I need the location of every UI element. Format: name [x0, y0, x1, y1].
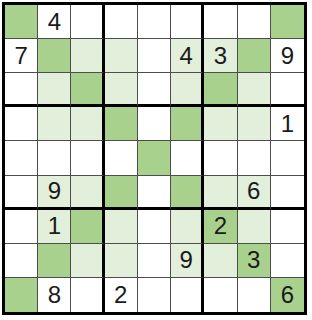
cell-r9c7[interactable] — [204, 278, 237, 312]
cell-r1c1[interactable] — [5, 5, 38, 39]
cell-r6c4[interactable] — [105, 176, 138, 210]
cell-r3c1[interactable] — [5, 73, 38, 107]
cell-r7c4[interactable] — [105, 210, 138, 244]
cell-r3c7[interactable] — [204, 73, 237, 107]
cell-r5c6[interactable] — [171, 141, 204, 175]
cell-r9c2[interactable]: 8 — [38, 278, 71, 312]
cell-r6c8[interactable]: 6 — [238, 176, 271, 210]
cell-r4c7[interactable] — [204, 107, 237, 141]
cell-r5c7[interactable] — [204, 141, 237, 175]
cell-r1c8[interactable] — [238, 5, 271, 39]
cell-r3c2[interactable] — [38, 73, 71, 107]
cell-r7c7[interactable]: 2 — [204, 210, 237, 244]
cell-r9c9[interactable]: 6 — [271, 278, 304, 312]
cell-r3c9[interactable] — [271, 73, 304, 107]
cell-r8c1[interactable] — [5, 244, 38, 278]
cell-r7c3[interactable] — [71, 210, 104, 244]
cell-r9c1[interactable] — [5, 278, 38, 312]
cell-r7c5[interactable] — [138, 210, 171, 244]
cell-r3c4[interactable] — [105, 73, 138, 107]
cell-r4c3[interactable] — [71, 107, 104, 141]
cell-r8c2[interactable] — [38, 244, 71, 278]
cell-r6c9[interactable] — [271, 176, 304, 210]
cell-r1c9[interactable] — [271, 5, 304, 39]
cell-r2c1[interactable]: 7 — [5, 39, 38, 73]
cell-r8c8[interactable]: 3 — [238, 244, 271, 278]
cell-r1c3[interactable] — [71, 5, 104, 39]
cell-r4c1[interactable] — [5, 107, 38, 141]
cell-r5c1[interactable] — [5, 141, 38, 175]
cell-r1c5[interactable] — [138, 5, 171, 39]
cell-r4c2[interactable] — [38, 107, 71, 141]
cell-r6c2[interactable]: 9 — [38, 176, 71, 210]
cell-r8c9[interactable] — [271, 244, 304, 278]
cell-r4c5[interactable] — [138, 107, 171, 141]
cell-r2c5[interactable] — [138, 39, 171, 73]
cell-r7c9[interactable] — [271, 210, 304, 244]
cell-r1c6[interactable] — [171, 5, 204, 39]
cell-r2c3[interactable] — [71, 39, 104, 73]
cell-r5c4[interactable] — [105, 141, 138, 175]
cell-r1c2[interactable]: 4 — [38, 5, 71, 39]
cell-r6c5[interactable] — [138, 176, 171, 210]
cell-r5c3[interactable] — [71, 141, 104, 175]
sudoku-board: 474391961293826 — [2, 2, 307, 315]
cell-r2c9[interactable]: 9 — [271, 39, 304, 73]
cell-r9c8[interactable] — [238, 278, 271, 312]
cell-r2c8[interactable] — [238, 39, 271, 73]
cell-r8c6[interactable]: 9 — [171, 244, 204, 278]
cell-r3c5[interactable] — [138, 73, 171, 107]
cell-r5c8[interactable] — [238, 141, 271, 175]
cell-r4c6[interactable] — [171, 107, 204, 141]
cell-r6c7[interactable] — [204, 176, 237, 210]
cell-r6c6[interactable] — [171, 176, 204, 210]
cell-r7c8[interactable] — [238, 210, 271, 244]
cell-r2c6[interactable]: 4 — [171, 39, 204, 73]
cell-r9c6[interactable] — [171, 278, 204, 312]
cell-r3c8[interactable] — [238, 73, 271, 107]
cell-r6c3[interactable] — [71, 176, 104, 210]
cell-r8c7[interactable] — [204, 244, 237, 278]
cell-r9c4[interactable]: 2 — [105, 278, 138, 312]
cell-r1c4[interactable] — [105, 5, 138, 39]
cell-r4c9[interactable]: 1 — [271, 107, 304, 141]
cell-r3c6[interactable] — [171, 73, 204, 107]
cell-r8c5[interactable] — [138, 244, 171, 278]
cell-r3c3[interactable] — [71, 73, 104, 107]
cell-r8c3[interactable] — [71, 244, 104, 278]
cell-r7c2[interactable]: 1 — [38, 210, 71, 244]
cell-r2c2[interactable] — [38, 39, 71, 73]
cell-r8c4[interactable] — [105, 244, 138, 278]
cell-r7c1[interactable] — [5, 210, 38, 244]
cell-r1c7[interactable] — [204, 5, 237, 39]
cell-r6c1[interactable] — [5, 176, 38, 210]
cell-r2c4[interactable] — [105, 39, 138, 73]
cell-r4c8[interactable] — [238, 107, 271, 141]
cell-r5c5[interactable] — [138, 141, 171, 175]
cell-r5c2[interactable] — [38, 141, 71, 175]
cell-r5c9[interactable] — [271, 141, 304, 175]
sudoku-page: 474391961293826 — [0, 0, 312, 320]
cell-r9c3[interactable] — [71, 278, 104, 312]
cell-r2c7[interactable]: 3 — [204, 39, 237, 73]
cell-r9c5[interactable] — [138, 278, 171, 312]
cell-r4c4[interactable] — [105, 107, 138, 141]
cell-r7c6[interactable] — [171, 210, 204, 244]
